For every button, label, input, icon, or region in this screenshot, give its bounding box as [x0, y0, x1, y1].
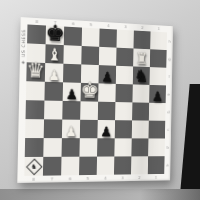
- square-c3[interactable]: ♟: [62, 120, 80, 139]
- square-d7[interactable]: [81, 46, 99, 65]
- piece-black-pawn[interactable]: ♟: [101, 70, 113, 84]
- piece-black-knight[interactable]: ♞: [134, 67, 149, 84]
- square-g4[interactable]: [132, 102, 149, 120]
- square-d1[interactable]: [79, 157, 97, 176]
- square-h7[interactable]: [150, 49, 167, 67]
- square-g2[interactable]: [131, 138, 148, 156]
- square-d3[interactable]: [80, 120, 98, 139]
- square-h1[interactable]: [148, 156, 165, 174]
- square-b3[interactable]: [44, 119, 63, 138]
- square-d8[interactable]: [82, 28, 100, 47]
- square-d2[interactable]: [79, 138, 97, 156]
- square-f7[interactable]: [116, 48, 133, 67]
- square-a1[interactable]: ♞: [24, 157, 43, 176]
- square-a3[interactable]: [25, 119, 44, 138]
- chess-board[interactable]: ♚♝♜♛♟♟♞♟♚♟♟♟♞: [24, 24, 167, 175]
- piece-white-king[interactable]: ♚: [80, 80, 99, 102]
- square-f5[interactable]: [115, 84, 132, 102]
- square-a8[interactable]: [27, 24, 46, 44]
- us-chess-brand-text: ◈ US CHESS: [20, 29, 26, 65]
- square-a5[interactable]: [26, 81, 45, 100]
- piece-black-king[interactable]: ♚: [45, 23, 64, 46]
- square-c2[interactable]: [62, 138, 80, 157]
- square-e1[interactable]: [97, 156, 115, 174]
- us-chess-knight-diamond-logo: ♞: [26, 158, 43, 175]
- board-frame: 87654321 87654321 hgfedcba ◈ US CHESS ♚♝…: [17, 17, 173, 183]
- piece-black-pawn[interactable]: ♟: [66, 87, 78, 101]
- square-f2[interactable]: [114, 138, 131, 156]
- square-f8[interactable]: [117, 30, 134, 49]
- square-b8[interactable]: ♚: [46, 26, 65, 46]
- square-h6[interactable]: [150, 67, 167, 85]
- square-c6[interactable]: [63, 64, 81, 83]
- square-g7[interactable]: ♜: [133, 48, 150, 67]
- square-g8[interactable]: [133, 31, 150, 50]
- square-e6[interactable]: ♟: [98, 65, 116, 84]
- board-wrap: 87654321 87654321 hgfedcba ◈ US CHESS ♚♝…: [17, 17, 173, 183]
- square-e8[interactable]: [99, 29, 117, 48]
- square-b4[interactable]: [44, 101, 63, 120]
- square-c1[interactable]: [61, 157, 79, 176]
- square-f6[interactable]: [116, 66, 133, 85]
- square-b7[interactable]: ♝: [45, 44, 64, 63]
- piece-white-queen[interactable]: ♛: [26, 60, 45, 81]
- square-d5[interactable]: ♚: [81, 83, 99, 102]
- piece-white-pawn[interactable]: ♟: [65, 124, 77, 138]
- square-g5[interactable]: [132, 84, 149, 102]
- rank-labels-bottom: 87654321: [24, 175, 164, 182]
- square-e3[interactable]: ♟: [97, 120, 115, 138]
- square-h2[interactable]: [148, 138, 165, 156]
- piece-white-bishop[interactable]: ♝: [47, 46, 62, 63]
- square-g3[interactable]: [132, 120, 149, 138]
- square-f3[interactable]: [115, 120, 132, 138]
- square-b1[interactable]: [43, 157, 62, 176]
- square-d4[interactable]: [80, 101, 98, 120]
- square-c8[interactable]: [64, 27, 82, 46]
- square-a4[interactable]: [26, 100, 45, 119]
- square-h8[interactable]: [150, 31, 167, 50]
- square-a6[interactable]: ♛: [26, 62, 45, 81]
- square-f4[interactable]: [115, 102, 132, 120]
- square-b5[interactable]: [44, 82, 63, 101]
- square-g6[interactable]: ♞: [133, 66, 150, 84]
- square-e7[interactable]: [99, 47, 117, 66]
- square-e5[interactable]: [98, 83, 116, 102]
- square-e4[interactable]: [98, 102, 116, 121]
- square-h5[interactable]: ♟: [149, 85, 166, 103]
- square-f1[interactable]: [114, 156, 131, 174]
- square-e2[interactable]: [97, 138, 115, 156]
- square-b2[interactable]: [43, 138, 62, 157]
- table-dark-corner: [178, 84, 200, 200]
- piece-black-pawn[interactable]: ♟: [152, 90, 163, 103]
- square-c4[interactable]: [62, 101, 80, 120]
- table-lower-edge: [0, 189, 200, 200]
- square-b6[interactable]: ♟: [45, 63, 64, 82]
- piece-black-pawn[interactable]: ♟: [100, 125, 112, 139]
- square-h4[interactable]: [149, 103, 166, 121]
- square-a2[interactable]: [25, 138, 44, 157]
- square-g1[interactable]: [131, 156, 148, 174]
- square-c5[interactable]: ♟: [63, 82, 81, 101]
- square-c7[interactable]: [63, 45, 81, 64]
- piece-white-pawn[interactable]: ♟: [48, 68, 60, 82]
- square-h3[interactable]: [148, 121, 165, 139]
- photo-scene: 87654321 87654321 hgfedcba ◈ US CHESS ♚♝…: [0, 0, 200, 200]
